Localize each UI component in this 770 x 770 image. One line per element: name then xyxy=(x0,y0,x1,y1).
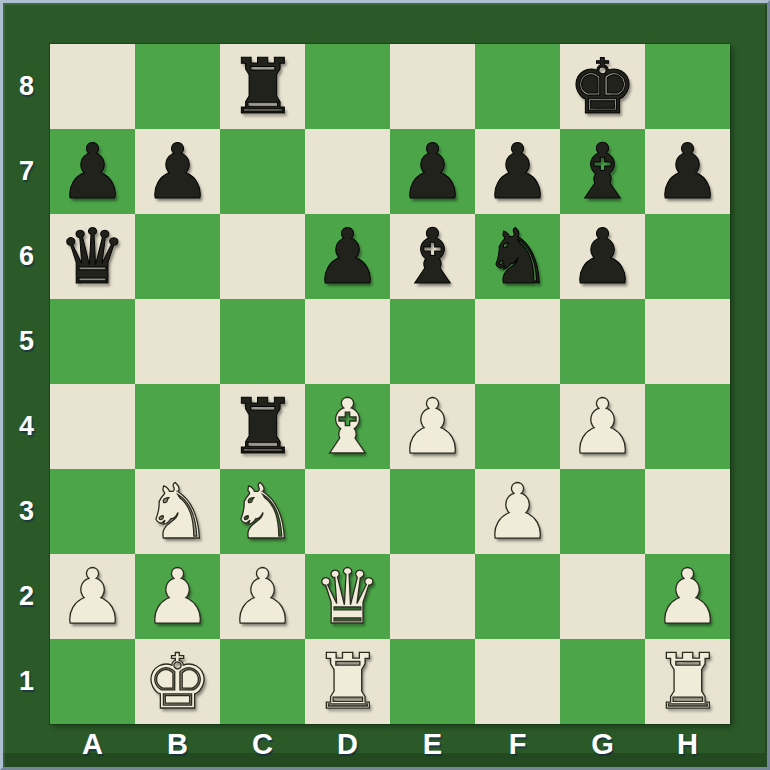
square-b6[interactable] xyxy=(135,214,220,299)
square-a3[interactable] xyxy=(50,469,135,554)
piece-white-queen-d2[interactable]: ♛ xyxy=(313,554,381,639)
piece-black-bishop-e6[interactable]: ♝ xyxy=(398,214,466,299)
piece-white-knight-b3[interactable]: ♞ xyxy=(143,469,211,554)
square-a5[interactable] xyxy=(50,299,135,384)
square-c4[interactable]: ♜ xyxy=(220,384,305,469)
file-label-c: C xyxy=(220,724,305,764)
square-f3[interactable]: ♟ xyxy=(475,469,560,554)
file-label-d: D xyxy=(305,724,390,764)
square-d5[interactable] xyxy=(305,299,390,384)
square-f1[interactable] xyxy=(475,639,560,724)
square-g4[interactable]: ♟ xyxy=(560,384,645,469)
square-a8[interactable] xyxy=(50,44,135,129)
rank-label-1: 1 xyxy=(3,639,50,724)
square-f8[interactable] xyxy=(475,44,560,129)
rank-label-6: 6 xyxy=(3,214,50,299)
square-b4[interactable] xyxy=(135,384,220,469)
piece-black-pawn-a7[interactable]: ♟ xyxy=(58,129,126,214)
square-g1[interactable] xyxy=(560,639,645,724)
square-f5[interactable] xyxy=(475,299,560,384)
file-label-h: H xyxy=(645,724,730,764)
file-label-a: A xyxy=(50,724,135,764)
piece-white-bishop-d4[interactable]: ♝ xyxy=(313,384,381,469)
square-e2[interactable] xyxy=(390,554,475,639)
rank-label-2: 2 xyxy=(3,554,50,639)
square-h8[interactable] xyxy=(645,44,730,129)
piece-black-pawn-g6[interactable]: ♟ xyxy=(568,214,636,299)
square-h1[interactable]: ♜ xyxy=(645,639,730,724)
piece-black-queen-a6[interactable]: ♛ xyxy=(58,214,126,299)
chess-board: ♜♚♟♟♟♟♝♟♛♟♝♞♟♜♝♟♟♞♞♟♟♟♟♛♟♚♜♜ xyxy=(50,44,730,724)
file-labels: ABCDEFGH xyxy=(50,724,730,768)
piece-black-king-g8[interactable]: ♚ xyxy=(568,44,636,129)
square-e6[interactable]: ♝ xyxy=(390,214,475,299)
square-c2[interactable]: ♟ xyxy=(220,554,305,639)
square-e5[interactable] xyxy=(390,299,475,384)
piece-white-rook-d1[interactable]: ♜ xyxy=(313,639,381,724)
square-c5[interactable] xyxy=(220,299,305,384)
piece-white-pawn-f3[interactable]: ♟ xyxy=(483,469,551,554)
piece-black-pawn-h7[interactable]: ♟ xyxy=(653,129,721,214)
file-label-b: B xyxy=(135,724,220,764)
square-a6[interactable]: ♛ xyxy=(50,214,135,299)
square-c3[interactable]: ♞ xyxy=(220,469,305,554)
rank-label-4: 4 xyxy=(3,384,50,469)
square-f2[interactable] xyxy=(475,554,560,639)
square-f4[interactable] xyxy=(475,384,560,469)
piece-black-pawn-b7[interactable]: ♟ xyxy=(143,129,211,214)
square-d8[interactable] xyxy=(305,44,390,129)
file-label-g: G xyxy=(560,724,645,764)
rank-label-8: 8 xyxy=(3,44,50,129)
square-g7[interactable]: ♝ xyxy=(560,129,645,214)
piece-white-knight-c3[interactable]: ♞ xyxy=(228,469,296,554)
piece-black-rook-c4[interactable]: ♜ xyxy=(228,384,296,469)
square-b7[interactable]: ♟ xyxy=(135,129,220,214)
square-a1[interactable] xyxy=(50,639,135,724)
rank-label-3: 3 xyxy=(3,469,50,554)
square-h6[interactable] xyxy=(645,214,730,299)
piece-white-pawn-e4[interactable]: ♟ xyxy=(398,384,466,469)
square-a2[interactable]: ♟ xyxy=(50,554,135,639)
square-b3[interactable]: ♞ xyxy=(135,469,220,554)
square-c6[interactable] xyxy=(220,214,305,299)
square-b2[interactable]: ♟ xyxy=(135,554,220,639)
square-e3[interactable] xyxy=(390,469,475,554)
file-label-e: E xyxy=(390,724,475,764)
chess-board-widget: 87654321 ♜♚♟♟♟♟♝♟♛♟♝♞♟♜♝♟♟♞♞♟♟♟♟♛♟♚♜♜ AB… xyxy=(0,0,770,770)
square-g3[interactable] xyxy=(560,469,645,554)
square-h4[interactable] xyxy=(645,384,730,469)
square-d1[interactable]: ♜ xyxy=(305,639,390,724)
file-label-f: F xyxy=(475,724,560,764)
piece-white-pawn-a2[interactable]: ♟ xyxy=(58,554,126,639)
square-h5[interactable] xyxy=(645,299,730,384)
square-h3[interactable] xyxy=(645,469,730,554)
square-b1[interactable]: ♚ xyxy=(135,639,220,724)
rank-labels: 87654321 xyxy=(3,44,50,724)
square-f6[interactable]: ♞ xyxy=(475,214,560,299)
piece-black-knight-f6[interactable]: ♞ xyxy=(483,214,551,299)
square-c1[interactable] xyxy=(220,639,305,724)
piece-white-pawn-b2[interactable]: ♟ xyxy=(143,554,211,639)
square-g2[interactable] xyxy=(560,554,645,639)
square-g8[interactable]: ♚ xyxy=(560,44,645,129)
square-a7[interactable]: ♟ xyxy=(50,129,135,214)
square-c7[interactable] xyxy=(220,129,305,214)
square-c8[interactable]: ♜ xyxy=(220,44,305,129)
piece-white-pawn-g4[interactable]: ♟ xyxy=(568,384,636,469)
square-b8[interactable] xyxy=(135,44,220,129)
square-g6[interactable]: ♟ xyxy=(560,214,645,299)
square-b5[interactable] xyxy=(135,299,220,384)
piece-black-pawn-e7[interactable]: ♟ xyxy=(398,129,466,214)
piece-white-rook-h1[interactable]: ♜ xyxy=(653,639,721,724)
square-d4[interactable]: ♝ xyxy=(305,384,390,469)
piece-black-pawn-d6[interactable]: ♟ xyxy=(313,214,381,299)
piece-black-bishop-g7[interactable]: ♝ xyxy=(568,129,636,214)
square-d7[interactable] xyxy=(305,129,390,214)
piece-white-king-b1[interactable]: ♚ xyxy=(143,639,211,724)
square-e7[interactable]: ♟ xyxy=(390,129,475,214)
rank-label-5: 5 xyxy=(3,299,50,384)
piece-white-pawn-h2[interactable]: ♟ xyxy=(653,554,721,639)
square-d3[interactable] xyxy=(305,469,390,554)
square-h2[interactable]: ♟ xyxy=(645,554,730,639)
square-a4[interactable] xyxy=(50,384,135,469)
square-e4[interactable]: ♟ xyxy=(390,384,475,469)
square-g5[interactable] xyxy=(560,299,645,384)
square-d6[interactable]: ♟ xyxy=(305,214,390,299)
piece-white-pawn-c2[interactable]: ♟ xyxy=(228,554,296,639)
square-d2[interactable]: ♛ xyxy=(305,554,390,639)
square-e8[interactable] xyxy=(390,44,475,129)
square-e1[interactable] xyxy=(390,639,475,724)
square-f7[interactable]: ♟ xyxy=(475,129,560,214)
piece-black-rook-c8[interactable]: ♜ xyxy=(228,44,296,129)
square-h7[interactable]: ♟ xyxy=(645,129,730,214)
rank-label-7: 7 xyxy=(3,129,50,214)
piece-black-pawn-f7[interactable]: ♟ xyxy=(483,129,551,214)
